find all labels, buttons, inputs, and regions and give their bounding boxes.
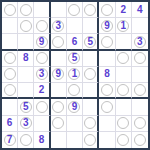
cell-r8c6[interactable] — [83, 116, 99, 132]
cell-r6c7[interactable] — [99, 83, 115, 99]
odd-marker-circle: 9 — [68, 101, 80, 113]
cell-r8c5[interactable] — [67, 116, 83, 132]
cell-r8c1: 6 — [2, 116, 18, 132]
cell-r9c4[interactable] — [51, 132, 67, 148]
odd-marker-circle — [134, 134, 146, 146]
cell-r7c8[interactable] — [116, 99, 132, 115]
odd-marker-circle — [84, 68, 96, 80]
given-digit: 3 — [23, 118, 29, 128]
cell-r5c3: 3 — [34, 67, 50, 83]
cell-r5c4: 9 — [51, 67, 67, 83]
odd-marker-circle: 3 — [134, 36, 146, 48]
odd-marker-circle — [117, 52, 129, 64]
cell-r6c9[interactable] — [132, 83, 148, 99]
given-digit: 2 — [39, 85, 45, 95]
cell-r2c6[interactable] — [83, 18, 99, 34]
odd-marker-circle — [134, 84, 146, 96]
odd-marker-circle — [20, 20, 32, 32]
cell-r7c4[interactable] — [51, 99, 67, 115]
given-digit: 9 — [55, 69, 61, 79]
cell-r3c2[interactable] — [18, 34, 34, 50]
cell-r8c4[interactable] — [51, 116, 67, 132]
cell-r9c1: 7 — [2, 132, 18, 148]
cell-r3c6: 5 — [83, 34, 99, 50]
cell-r2c5[interactable] — [67, 18, 83, 34]
given-digit: 1 — [120, 21, 126, 31]
cell-r1c2[interactable] — [18, 2, 34, 18]
cell-r8c9[interactable] — [132, 116, 148, 132]
odd-marker-circle — [134, 117, 146, 129]
odd-marker-circle: 3 — [36, 68, 48, 80]
odd-marker-circle — [134, 52, 146, 64]
given-digit: 6 — [7, 118, 13, 128]
given-digit: 8 — [104, 69, 110, 79]
odd-marker-circle: 1 — [68, 68, 80, 80]
given-digit: 5 — [72, 53, 78, 63]
given-digit: 8 — [39, 135, 45, 145]
cell-r2c4: 3 — [51, 18, 67, 34]
cell-r1c1[interactable] — [2, 2, 18, 18]
cell-r3c1[interactable] — [2, 34, 18, 50]
cell-r4c6[interactable] — [83, 51, 99, 67]
odd-marker-circle — [101, 4, 113, 16]
odd-marker-circle: 1 — [117, 20, 129, 32]
cell-r3c7[interactable] — [99, 34, 115, 50]
odd-marker-circle — [36, 52, 48, 64]
cell-r1c6[interactable] — [83, 2, 99, 18]
cell-r4c2: 8 — [18, 51, 34, 67]
cell-r2c8: 1 — [116, 18, 132, 34]
cell-r7c5: 9 — [67, 99, 83, 115]
odd-marker-circle: 5 — [68, 52, 80, 64]
cell-r3c5: 6 — [67, 34, 83, 50]
odd-marker-circle — [20, 134, 32, 146]
cell-r9c2[interactable] — [18, 132, 34, 148]
odd-marker-circle — [117, 134, 129, 146]
cell-r8c8[interactable] — [116, 116, 132, 132]
cell-r4c8[interactable] — [116, 51, 132, 67]
cell-r4c3[interactable] — [34, 51, 50, 67]
given-digit: 5 — [23, 102, 29, 112]
given-digit: 4 — [137, 5, 143, 15]
odd-marker-circle — [84, 134, 96, 146]
given-digit: 6 — [72, 37, 78, 47]
cell-r8c3[interactable] — [34, 116, 50, 132]
given-digit: 8 — [23, 53, 29, 63]
given-digit: 5 — [87, 37, 93, 47]
cell-r5c6[interactable] — [83, 67, 99, 83]
odd-marker-circle — [52, 36, 64, 48]
sudoku-board: 2439196538539182596378 — [0, 0, 150, 150]
odd-marker-circle — [4, 68, 16, 80]
cell-r2c9[interactable] — [132, 18, 148, 34]
odd-marker-circle — [117, 84, 129, 96]
cell-r6c8[interactable] — [116, 83, 132, 99]
cell-r5c9[interactable] — [132, 67, 148, 83]
given-digit: 1 — [72, 69, 78, 79]
odd-marker-circle — [84, 4, 96, 16]
odd-marker-circle: 9 — [36, 36, 48, 48]
cell-r5c5: 1 — [67, 67, 83, 83]
cell-r6c1[interactable] — [2, 83, 18, 99]
cell-r7c1[interactable] — [2, 99, 18, 115]
cell-r6c4[interactable] — [51, 83, 67, 99]
cell-r4c7[interactable] — [99, 51, 115, 67]
odd-marker-circle — [4, 52, 16, 64]
odd-marker-circle: 5 — [20, 101, 32, 113]
cell-r3c9: 3 — [132, 34, 148, 50]
given-digit: 7 — [7, 135, 13, 145]
odd-marker-circle — [36, 20, 48, 32]
cell-r6c3: 2 — [34, 83, 50, 99]
given-digit: 9 — [72, 102, 78, 112]
cell-r5c1[interactable] — [2, 67, 18, 83]
cell-r8c2: 3 — [18, 116, 34, 132]
odd-marker-circle — [68, 84, 80, 96]
odd-marker-circle: 9 — [52, 68, 64, 80]
odd-marker-circle — [52, 117, 64, 129]
cell-r3c8[interactable] — [116, 34, 132, 50]
odd-marker-circle — [20, 4, 32, 16]
cell-r1c8: 2 — [116, 2, 132, 18]
given-digit: 9 — [104, 21, 110, 31]
cell-r3c4[interactable] — [51, 34, 67, 50]
cell-r4c5: 5 — [67, 51, 83, 67]
cell-r9c8[interactable] — [116, 132, 132, 148]
cell-r7c6[interactable] — [83, 99, 99, 115]
odd-marker-circle: 3 — [20, 117, 32, 129]
cell-r1c9: 4 — [132, 2, 148, 18]
cell-r7c2: 5 — [18, 99, 34, 115]
odd-marker-circle: 7 — [4, 134, 16, 146]
cell-r7c9[interactable] — [132, 99, 148, 115]
odd-marker-circle — [117, 117, 129, 129]
odd-marker-circle: 9 — [101, 20, 113, 32]
cell-r6c6[interactable] — [83, 83, 99, 99]
cell-r2c2[interactable] — [18, 18, 34, 34]
given-digit: 3 — [39, 69, 45, 79]
cell-r2c7: 9 — [99, 18, 115, 34]
cell-r1c5[interactable] — [67, 2, 83, 18]
cell-r4c1[interactable] — [2, 51, 18, 67]
cell-r2c3[interactable] — [34, 18, 50, 34]
cell-r2c1[interactable] — [2, 18, 18, 34]
given-digit: 3 — [55, 21, 61, 31]
odd-marker-circle — [101, 84, 113, 96]
cell-r5c7: 8 — [99, 67, 115, 83]
odd-marker-circle — [101, 36, 113, 48]
cell-r6c5[interactable] — [67, 83, 83, 99]
cell-r9c5[interactable] — [67, 132, 83, 148]
cell-r1c3[interactable] — [34, 2, 50, 18]
cell-r6c2[interactable] — [18, 83, 34, 99]
odd-marker-circle — [4, 84, 16, 96]
odd-marker-circle — [84, 117, 96, 129]
cell-r3c3: 9 — [34, 34, 50, 50]
cell-r9c3: 8 — [34, 132, 50, 148]
odd-marker-circle — [52, 101, 64, 113]
cell-r9c6[interactable] — [83, 132, 99, 148]
cell-r4c9[interactable] — [132, 51, 148, 67]
cell-r9c9[interactable] — [132, 132, 148, 148]
cell-r1c7[interactable] — [99, 2, 115, 18]
cell-r5c8[interactable] — [116, 67, 132, 83]
cell-r8c7[interactable] — [99, 116, 115, 132]
odd-marker-circle — [4, 4, 16, 16]
given-digit: 2 — [120, 5, 126, 15]
cell-r7c3[interactable] — [34, 99, 50, 115]
odd-marker-circle — [36, 101, 48, 113]
odd-marker-circle: 3 — [52, 20, 64, 32]
cell-r7c7[interactable] — [99, 99, 115, 115]
odd-marker-circle — [68, 4, 80, 16]
odd-marker-circle: 5 — [84, 36, 96, 48]
given-digit: 9 — [39, 37, 45, 47]
cell-r5c2[interactable] — [18, 67, 34, 83]
cell-r1c4[interactable] — [51, 2, 67, 18]
given-digit: 3 — [137, 37, 143, 47]
cell-r4c4[interactable] — [51, 51, 67, 67]
odd-marker-circle — [101, 101, 113, 113]
cell-r9c7[interactable] — [99, 132, 115, 148]
